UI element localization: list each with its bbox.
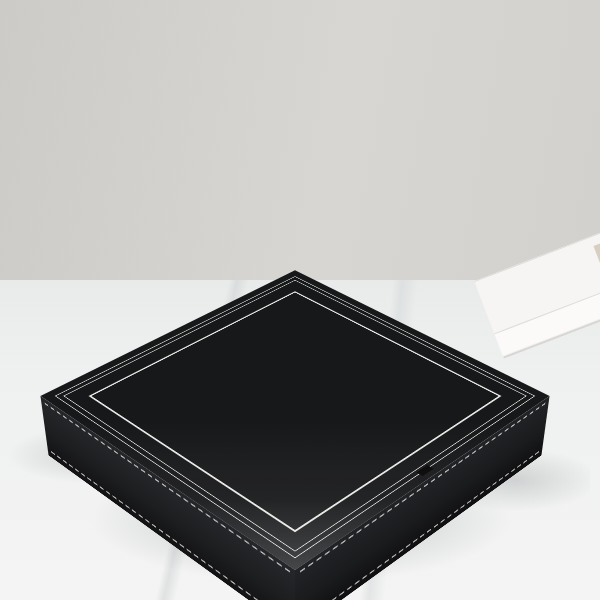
chess-box-scene bbox=[115, 216, 475, 576]
board-surface bbox=[40, 270, 549, 570]
chess-box bbox=[40, 270, 549, 570]
scene bbox=[0, 0, 600, 600]
book-cover-image bbox=[593, 225, 600, 283]
